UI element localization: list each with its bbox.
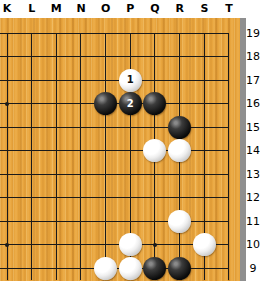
intersection-K19[interactable] bbox=[0, 21, 19, 45]
intersection-N14[interactable] bbox=[69, 139, 94, 163]
intersection-M18[interactable] bbox=[44, 45, 69, 69]
intersection-R15[interactable] bbox=[167, 115, 192, 139]
intersection-Q13[interactable] bbox=[143, 162, 168, 186]
row-label-13: 13 bbox=[246, 168, 260, 181]
intersection-L17[interactable] bbox=[19, 68, 44, 92]
intersection-P17[interactable]: 1 bbox=[118, 68, 143, 92]
row-label-17: 17 bbox=[246, 74, 260, 87]
move-number-1: 1 bbox=[127, 75, 134, 85]
intersection-S13[interactable] bbox=[192, 162, 217, 186]
row-label-9: 9 bbox=[246, 262, 260, 275]
intersection-T18[interactable] bbox=[217, 45, 242, 69]
column-label-P: P bbox=[122, 2, 138, 16]
intersection-O17[interactable] bbox=[93, 68, 118, 92]
intersection-K13[interactable] bbox=[0, 162, 19, 186]
intersection-T12[interactable] bbox=[217, 186, 242, 210]
white-stone-R11 bbox=[168, 210, 191, 233]
intersection-T19[interactable] bbox=[217, 21, 242, 45]
intersection-Q19[interactable] bbox=[143, 21, 168, 45]
intersection-K16[interactable] bbox=[0, 92, 19, 116]
column-label-T: T bbox=[221, 2, 237, 16]
intersection-N11[interactable] bbox=[69, 209, 94, 233]
intersection-N12[interactable] bbox=[69, 186, 94, 210]
white-stone-P10 bbox=[119, 233, 142, 256]
intersection-M10[interactable] bbox=[44, 233, 69, 257]
intersection-O16[interactable] bbox=[93, 92, 118, 116]
intersection-O9[interactable] bbox=[93, 256, 118, 280]
intersection-L15[interactable] bbox=[19, 115, 44, 139]
black-stone-Q9 bbox=[143, 257, 166, 280]
intersection-T10[interactable] bbox=[217, 233, 242, 257]
intersection-S11[interactable] bbox=[192, 209, 217, 233]
intersection-S18[interactable] bbox=[192, 45, 217, 69]
row-label-11: 11 bbox=[246, 215, 260, 228]
row-label-18: 18 bbox=[246, 50, 260, 63]
go-board: 12 bbox=[0, 21, 241, 280]
intersection-P16[interactable]: 2 bbox=[118, 92, 143, 116]
white-stone-Q14 bbox=[143, 139, 166, 162]
intersection-R17[interactable] bbox=[167, 68, 192, 92]
intersection-N13[interactable] bbox=[69, 162, 94, 186]
intersection-O19[interactable] bbox=[93, 21, 118, 45]
intersection-Q15[interactable] bbox=[143, 115, 168, 139]
column-label-K: K bbox=[0, 2, 15, 16]
intersection-S15[interactable] bbox=[192, 115, 217, 139]
intersection-K12[interactable] bbox=[0, 186, 19, 210]
intersection-P15[interactable] bbox=[118, 115, 143, 139]
column-label-R: R bbox=[172, 2, 188, 16]
intersection-L9[interactable] bbox=[19, 256, 44, 280]
intersection-M19[interactable] bbox=[44, 21, 69, 45]
row-label-16: 16 bbox=[246, 97, 260, 110]
column-labels: KLMNOPQRST bbox=[0, 0, 260, 18]
white-stone-P9 bbox=[119, 257, 142, 280]
star-point-Q10 bbox=[153, 243, 157, 247]
intersection-P11[interactable] bbox=[118, 209, 143, 233]
intersection-S12[interactable] bbox=[192, 186, 217, 210]
intersection-P10[interactable] bbox=[118, 233, 143, 257]
star-point-K10 bbox=[5, 243, 9, 247]
column-label-M: M bbox=[48, 2, 64, 16]
intersection-N19[interactable] bbox=[69, 21, 94, 45]
column-label-Q: Q bbox=[147, 2, 163, 16]
column-label-L: L bbox=[24, 2, 40, 16]
black-stone-R9 bbox=[168, 257, 191, 280]
intersection-L16[interactable] bbox=[19, 92, 44, 116]
intersection-S9[interactable] bbox=[192, 256, 217, 280]
white-stone-R14 bbox=[168, 139, 191, 162]
column-label-O: O bbox=[98, 2, 114, 16]
intersection-T9[interactable] bbox=[217, 256, 242, 280]
intersection-K11[interactable] bbox=[0, 209, 19, 233]
intersection-T17[interactable] bbox=[217, 68, 242, 92]
intersection-Q11[interactable] bbox=[143, 209, 168, 233]
intersection-R13[interactable] bbox=[167, 162, 192, 186]
intersection-Q17[interactable] bbox=[143, 68, 168, 92]
intersection-P12[interactable] bbox=[118, 186, 143, 210]
intersection-S17[interactable] bbox=[192, 68, 217, 92]
black-stone-R15 bbox=[168, 116, 191, 139]
intersection-T15[interactable] bbox=[217, 115, 242, 139]
intersection-O13[interactable] bbox=[93, 162, 118, 186]
intersection-M9[interactable] bbox=[44, 256, 69, 280]
intersection-Q16[interactable] bbox=[143, 92, 168, 116]
intersection-K9[interactable] bbox=[0, 256, 19, 280]
intersection-M11[interactable] bbox=[44, 209, 69, 233]
white-stone-P17: 1 bbox=[119, 69, 142, 92]
intersection-P13[interactable] bbox=[118, 162, 143, 186]
row-labels: 191817161514131211109 bbox=[246, 0, 260, 281]
intersection-S19[interactable] bbox=[192, 21, 217, 45]
intersection-O14[interactable] bbox=[93, 139, 118, 163]
intersection-K18[interactable] bbox=[0, 45, 19, 69]
intersection-S16[interactable] bbox=[192, 92, 217, 116]
intersection-O18[interactable] bbox=[93, 45, 118, 69]
column-label-S: S bbox=[196, 2, 212, 16]
intersection-Q9[interactable] bbox=[143, 256, 168, 280]
intersection-N18[interactable] bbox=[69, 45, 94, 69]
intersection-M14[interactable] bbox=[44, 139, 69, 163]
intersection-T14[interactable] bbox=[217, 139, 242, 163]
row-label-12: 12 bbox=[246, 191, 260, 204]
intersection-Q14[interactable] bbox=[143, 139, 168, 163]
intersection-L13[interactable] bbox=[19, 162, 44, 186]
intersection-K17[interactable] bbox=[0, 68, 19, 92]
intersection-R12[interactable] bbox=[167, 186, 192, 210]
intersection-M15[interactable] bbox=[44, 115, 69, 139]
intersection-L12[interactable] bbox=[19, 186, 44, 210]
black-stone-P16: 2 bbox=[119, 92, 142, 115]
intersection-T16[interactable] bbox=[217, 92, 242, 116]
star-point-K16 bbox=[5, 102, 9, 106]
intersection-N9[interactable] bbox=[69, 256, 94, 280]
intersection-R10[interactable] bbox=[167, 233, 192, 257]
intersection-L11[interactable] bbox=[19, 209, 44, 233]
intersection-S14[interactable] bbox=[192, 139, 217, 163]
intersection-T13[interactable] bbox=[217, 162, 242, 186]
intersection-R9[interactable] bbox=[167, 256, 192, 280]
white-stone-O9 bbox=[94, 257, 117, 280]
intersection-R19[interactable] bbox=[167, 21, 192, 45]
intersection-K15[interactable] bbox=[0, 115, 19, 139]
intersection-P14[interactable] bbox=[118, 139, 143, 163]
intersection-N15[interactable] bbox=[69, 115, 94, 139]
intersection-Q18[interactable] bbox=[143, 45, 168, 69]
intersection-O12[interactable] bbox=[93, 186, 118, 210]
intersection-P9[interactable] bbox=[118, 256, 143, 280]
intersection-M12[interactable] bbox=[44, 186, 69, 210]
intersection-O10[interactable] bbox=[93, 233, 118, 257]
intersection-R16[interactable] bbox=[167, 92, 192, 116]
row-label-19: 19 bbox=[246, 27, 260, 40]
intersection-M13[interactable] bbox=[44, 162, 69, 186]
intersection-R11[interactable] bbox=[167, 209, 192, 233]
intersection-K14[interactable] bbox=[0, 139, 19, 163]
intersection-O15[interactable] bbox=[93, 115, 118, 139]
intersection-Q10[interactable] bbox=[143, 233, 168, 257]
intersection-N10[interactable] bbox=[69, 233, 94, 257]
intersection-L10[interactable] bbox=[19, 233, 44, 257]
intersection-P18[interactable] bbox=[118, 45, 143, 69]
row-label-15: 15 bbox=[246, 121, 260, 134]
black-stone-Q16 bbox=[143, 92, 166, 115]
move-number-2: 2 bbox=[127, 99, 134, 109]
go-diagram: KLMNOPQRST 191817161514131211109 12 bbox=[0, 0, 260, 281]
intersection-N17[interactable] bbox=[69, 68, 94, 92]
intersection-P19[interactable] bbox=[118, 21, 143, 45]
intersection-O11[interactable] bbox=[93, 209, 118, 233]
row-label-14: 14 bbox=[246, 144, 260, 157]
intersection-L14[interactable] bbox=[19, 139, 44, 163]
intersection-S10[interactable] bbox=[192, 233, 217, 257]
intersection-T11[interactable] bbox=[217, 209, 242, 233]
intersection-M17[interactable] bbox=[44, 68, 69, 92]
intersection-R14[interactable] bbox=[167, 139, 192, 163]
intersection-M16[interactable] bbox=[44, 92, 69, 116]
intersection-R18[interactable] bbox=[167, 45, 192, 69]
intersection-K10[interactable] bbox=[0, 233, 19, 257]
white-stone-S10 bbox=[193, 233, 216, 256]
intersection-L18[interactable] bbox=[19, 45, 44, 69]
black-stone-O16 bbox=[94, 92, 117, 115]
intersection-L19[interactable] bbox=[19, 21, 44, 45]
row-label-10: 10 bbox=[246, 238, 260, 251]
intersection-N16[interactable] bbox=[69, 92, 94, 116]
column-label-N: N bbox=[73, 2, 89, 16]
intersection-Q12[interactable] bbox=[143, 186, 168, 210]
